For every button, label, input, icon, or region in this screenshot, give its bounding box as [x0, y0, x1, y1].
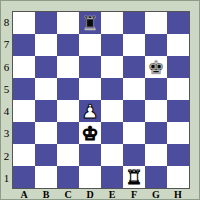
- square-c2[interactable]: [57, 144, 79, 166]
- square-d8[interactable]: ♜: [79, 12, 101, 34]
- square-h6[interactable]: [167, 56, 189, 78]
- square-d1[interactable]: [79, 166, 101, 188]
- file-label-f: F: [123, 188, 145, 200]
- file-label-c: C: [57, 188, 79, 200]
- square-h4[interactable]: [167, 100, 189, 122]
- file-label-b: B: [35, 188, 57, 200]
- square-f1[interactable]: ♜: [123, 166, 145, 188]
- square-c8[interactable]: [57, 12, 79, 34]
- square-d4[interactable]: ♟: [79, 100, 101, 122]
- square-h1[interactable]: [167, 166, 189, 188]
- file-label-a: A: [13, 188, 35, 200]
- square-c6[interactable]: [57, 56, 79, 78]
- chess-board: ♜♚♟♚♜: [12, 11, 190, 189]
- square-e4[interactable]: [101, 100, 123, 122]
- square-c3[interactable]: [57, 122, 79, 144]
- square-a8[interactable]: [13, 12, 35, 34]
- rank-label-5: 5: [1, 78, 12, 100]
- square-f8[interactable]: [123, 12, 145, 34]
- square-d3[interactable]: ♚: [79, 122, 101, 144]
- rank-label-6: 6: [1, 56, 12, 78]
- square-b7[interactable]: [35, 34, 57, 56]
- square-b8[interactable]: [35, 12, 57, 34]
- square-h7[interactable]: [167, 34, 189, 56]
- square-f3[interactable]: [123, 122, 145, 144]
- white-king-piece[interactable]: ♚: [81, 122, 98, 144]
- square-h2[interactable]: [167, 144, 189, 166]
- white-rook-piece[interactable]: ♜: [125, 166, 142, 188]
- square-b3[interactable]: [35, 122, 57, 144]
- square-b1[interactable]: [35, 166, 57, 188]
- square-g1[interactable]: [145, 166, 167, 188]
- square-a3[interactable]: [13, 122, 35, 144]
- square-e2[interactable]: [101, 144, 123, 166]
- square-b4[interactable]: [35, 100, 57, 122]
- square-b2[interactable]: [35, 144, 57, 166]
- square-d5[interactable]: [79, 78, 101, 100]
- rank-labels: 87654321: [1, 11, 12, 189]
- square-e3[interactable]: [101, 122, 123, 144]
- black-king-piece[interactable]: ♚: [147, 56, 164, 78]
- chess-diagram-frame: 87654321 ♜♚♟♚♜ ABCDEFGH: [0, 0, 200, 200]
- square-g4[interactable]: [145, 100, 167, 122]
- square-a4[interactable]: [13, 100, 35, 122]
- square-g3[interactable]: [145, 122, 167, 144]
- file-label-d: D: [79, 188, 101, 200]
- square-h3[interactable]: [167, 122, 189, 144]
- white-pawn-piece[interactable]: ♟: [81, 100, 98, 122]
- square-d2[interactable]: [79, 144, 101, 166]
- square-b5[interactable]: [35, 78, 57, 100]
- square-e1[interactable]: [101, 166, 123, 188]
- square-g6[interactable]: ♚: [145, 56, 167, 78]
- square-b6[interactable]: [35, 56, 57, 78]
- square-f7[interactable]: [123, 34, 145, 56]
- square-a6[interactable]: [13, 56, 35, 78]
- file-label-h: H: [167, 188, 189, 200]
- square-a7[interactable]: [13, 34, 35, 56]
- file-label-g: G: [145, 188, 167, 200]
- rank-label-1: 1: [1, 167, 12, 189]
- square-g2[interactable]: [145, 144, 167, 166]
- square-h5[interactable]: [167, 78, 189, 100]
- square-a1[interactable]: [13, 166, 35, 188]
- square-f4[interactable]: [123, 100, 145, 122]
- file-label-e: E: [101, 188, 123, 200]
- square-a5[interactable]: [13, 78, 35, 100]
- square-e5[interactable]: [101, 78, 123, 100]
- square-e7[interactable]: [101, 34, 123, 56]
- rank-label-3: 3: [1, 122, 12, 144]
- square-d7[interactable]: [79, 34, 101, 56]
- square-e6[interactable]: [101, 56, 123, 78]
- square-f6[interactable]: [123, 56, 145, 78]
- square-e8[interactable]: [101, 12, 123, 34]
- square-h8[interactable]: [167, 12, 189, 34]
- square-g5[interactable]: [145, 78, 167, 100]
- square-f5[interactable]: [123, 78, 145, 100]
- rank-label-8: 8: [1, 11, 12, 33]
- square-a2[interactable]: [13, 144, 35, 166]
- square-d6[interactable]: [79, 56, 101, 78]
- black-rook-piece[interactable]: ♜: [81, 12, 98, 34]
- file-labels: ABCDEFGH: [13, 188, 189, 200]
- square-g7[interactable]: [145, 34, 167, 56]
- rank-label-4: 4: [1, 100, 12, 122]
- square-f2[interactable]: [123, 144, 145, 166]
- square-c7[interactable]: [57, 34, 79, 56]
- rank-label-7: 7: [1, 33, 12, 55]
- square-c1[interactable]: [57, 166, 79, 188]
- square-c5[interactable]: [57, 78, 79, 100]
- square-c4[interactable]: [57, 100, 79, 122]
- square-g8[interactable]: [145, 12, 167, 34]
- rank-label-2: 2: [1, 145, 12, 167]
